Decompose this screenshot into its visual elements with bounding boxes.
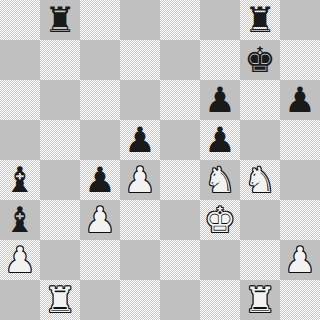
square-h4[interactable] <box>280 160 320 200</box>
chess-board: ♜♜♚♟♟♟♟♝♟♟♞♞♝♟♚♟♟♜♜ <box>0 0 320 320</box>
square-b2[interactable] <box>40 240 80 280</box>
square-g8[interactable]: ♜ <box>240 0 280 40</box>
square-g1[interactable]: ♜ <box>240 280 280 320</box>
square-c6[interactable] <box>80 80 120 120</box>
square-h8[interactable] <box>280 0 320 40</box>
square-e5[interactable] <box>160 120 200 160</box>
square-f6[interactable]: ♟ <box>200 80 240 120</box>
square-g5[interactable] <box>240 120 280 160</box>
square-d6[interactable] <box>120 80 160 120</box>
square-g6[interactable] <box>240 80 280 120</box>
black-rook[interactable]: ♜ <box>40 0 80 40</box>
square-e4[interactable] <box>160 160 200 200</box>
square-h3[interactable] <box>280 200 320 240</box>
square-c5[interactable] <box>80 120 120 160</box>
square-f4[interactable]: ♞ <box>200 160 240 200</box>
black-pawn[interactable]: ♟ <box>280 80 320 120</box>
square-h5[interactable] <box>280 120 320 160</box>
white-pawn[interactable]: ♟ <box>120 160 160 200</box>
square-c8[interactable] <box>80 0 120 40</box>
square-c2[interactable] <box>80 240 120 280</box>
square-e6[interactable] <box>160 80 200 120</box>
square-f7[interactable] <box>200 40 240 80</box>
square-b6[interactable] <box>40 80 80 120</box>
white-rook[interactable]: ♜ <box>240 280 280 320</box>
square-d3[interactable] <box>120 200 160 240</box>
square-h7[interactable] <box>280 40 320 80</box>
square-a5[interactable] <box>0 120 40 160</box>
white-pawn[interactable]: ♟ <box>0 240 40 280</box>
square-e3[interactable] <box>160 200 200 240</box>
square-a2[interactable]: ♟ <box>0 240 40 280</box>
square-d5[interactable]: ♟ <box>120 120 160 160</box>
black-pawn[interactable]: ♟ <box>120 120 160 160</box>
square-d7[interactable] <box>120 40 160 80</box>
square-d1[interactable] <box>120 280 160 320</box>
black-pawn[interactable]: ♟ <box>200 80 240 120</box>
black-pawn[interactable]: ♟ <box>200 120 240 160</box>
white-knight[interactable]: ♞ <box>200 160 240 200</box>
square-d8[interactable] <box>120 0 160 40</box>
square-h1[interactable] <box>280 280 320 320</box>
square-b5[interactable] <box>40 120 80 160</box>
square-h6[interactable]: ♟ <box>280 80 320 120</box>
black-bishop[interactable]: ♝ <box>0 160 40 200</box>
square-d4[interactable]: ♟ <box>120 160 160 200</box>
square-a1[interactable] <box>0 280 40 320</box>
square-a6[interactable] <box>0 80 40 120</box>
square-f1[interactable] <box>200 280 240 320</box>
square-f2[interactable] <box>200 240 240 280</box>
square-c7[interactable] <box>80 40 120 80</box>
square-g7[interactable]: ♚ <box>240 40 280 80</box>
square-e7[interactable] <box>160 40 200 80</box>
square-b8[interactable]: ♜ <box>40 0 80 40</box>
white-rook[interactable]: ♜ <box>40 280 80 320</box>
black-bishop[interactable]: ♝ <box>0 200 40 240</box>
square-e1[interactable] <box>160 280 200 320</box>
square-b7[interactable] <box>40 40 80 80</box>
black-rook[interactable]: ♜ <box>240 0 280 40</box>
square-d2[interactable] <box>120 240 160 280</box>
square-g4[interactable]: ♞ <box>240 160 280 200</box>
square-a8[interactable] <box>0 0 40 40</box>
square-c1[interactable] <box>80 280 120 320</box>
white-pawn[interactable]: ♟ <box>280 240 320 280</box>
square-f3[interactable]: ♚ <box>200 200 240 240</box>
square-b4[interactable] <box>40 160 80 200</box>
square-a7[interactable] <box>0 40 40 80</box>
square-a3[interactable]: ♝ <box>0 200 40 240</box>
white-knight[interactable]: ♞ <box>240 160 280 200</box>
square-g3[interactable] <box>240 200 280 240</box>
square-f8[interactable] <box>200 0 240 40</box>
square-a4[interactable]: ♝ <box>0 160 40 200</box>
black-king[interactable]: ♚ <box>240 40 280 80</box>
square-c3[interactable]: ♟ <box>80 200 120 240</box>
square-h2[interactable]: ♟ <box>280 240 320 280</box>
square-b3[interactable] <box>40 200 80 240</box>
square-c4[interactable]: ♟ <box>80 160 120 200</box>
black-pawn[interactable]: ♟ <box>80 160 120 200</box>
square-e2[interactable] <box>160 240 200 280</box>
white-pawn[interactable]: ♟ <box>80 200 120 240</box>
square-e8[interactable] <box>160 0 200 40</box>
square-g2[interactable] <box>240 240 280 280</box>
square-f5[interactable]: ♟ <box>200 120 240 160</box>
white-king[interactable]: ♚ <box>200 200 240 240</box>
square-b1[interactable]: ♜ <box>40 280 80 320</box>
